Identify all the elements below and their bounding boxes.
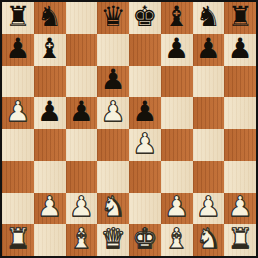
white-pawn-piece[interactable]: ♟ [164, 193, 189, 221]
white-rook-piece[interactable]: ♜ [228, 225, 253, 253]
square-b7[interactable]: ♝ [34, 34, 66, 66]
black-knight-piece[interactable]: ♞ [196, 3, 221, 31]
white-pawn-piece[interactable]: ♟ [132, 130, 157, 158]
square-d3[interactable] [97, 161, 129, 193]
black-pawn-piece[interactable]: ♟ [196, 35, 221, 63]
black-rook-piece[interactable]: ♜ [228, 3, 253, 31]
square-g5[interactable] [193, 97, 225, 129]
black-king-piece[interactable]: ♚ [132, 3, 157, 31]
black-pawn-piece[interactable]: ♟ [69, 98, 94, 126]
white-knight-piece[interactable]: ♞ [101, 193, 126, 221]
square-h4[interactable] [224, 129, 256, 161]
square-g7[interactable]: ♟ [193, 34, 225, 66]
square-a1[interactable]: ♜ [2, 224, 34, 256]
black-pawn-piece[interactable]: ♟ [132, 98, 157, 126]
square-b8[interactable]: ♞ [34, 2, 66, 34]
square-f4[interactable] [161, 129, 193, 161]
square-f5[interactable] [161, 97, 193, 129]
square-e4[interactable]: ♟ [129, 129, 161, 161]
square-f2[interactable]: ♟ [161, 193, 193, 225]
square-b6[interactable] [34, 66, 66, 98]
square-h2[interactable]: ♟ [224, 193, 256, 225]
square-g1[interactable]: ♞ [193, 224, 225, 256]
square-e1[interactable]: ♚ [129, 224, 161, 256]
square-f6[interactable] [161, 66, 193, 98]
square-b4[interactable] [34, 129, 66, 161]
square-g4[interactable] [193, 129, 225, 161]
square-e8[interactable]: ♚ [129, 2, 161, 34]
square-c6[interactable] [66, 66, 98, 98]
square-f3[interactable] [161, 161, 193, 193]
square-h1[interactable]: ♜ [224, 224, 256, 256]
square-a5[interactable]: ♟ [2, 97, 34, 129]
black-pawn-piece[interactable]: ♟ [164, 35, 189, 63]
white-bishop-piece[interactable]: ♝ [164, 225, 189, 253]
square-g3[interactable] [193, 161, 225, 193]
square-b5[interactable]: ♟ [34, 97, 66, 129]
square-c1[interactable]: ♝ [66, 224, 98, 256]
square-f7[interactable]: ♟ [161, 34, 193, 66]
square-a2[interactable] [2, 193, 34, 225]
square-h6[interactable] [224, 66, 256, 98]
black-pawn-piece[interactable]: ♟ [37, 98, 62, 126]
square-e2[interactable] [129, 193, 161, 225]
square-e7[interactable] [129, 34, 161, 66]
black-knight-piece[interactable]: ♞ [37, 3, 62, 31]
square-h7[interactable]: ♟ [224, 34, 256, 66]
square-f8[interactable]: ♝ [161, 2, 193, 34]
chess-board: ♜♞♛♚♝♞♜♟♝♟♟♟♟♟♟♟♟♟♟♟♟♞♟♟♟♜♝♛♚♝♞♜ [2, 2, 256, 256]
square-a6[interactable] [2, 66, 34, 98]
chess-board-frame: ♜♞♛♚♝♞♜♟♝♟♟♟♟♟♟♟♟♟♟♟♟♞♟♟♟♜♝♛♚♝♞♜ [0, 0, 258, 258]
square-d5[interactable]: ♟ [97, 97, 129, 129]
square-c5[interactable]: ♟ [66, 97, 98, 129]
square-c7[interactable] [66, 34, 98, 66]
square-c8[interactable] [66, 2, 98, 34]
square-e6[interactable] [129, 66, 161, 98]
square-e5[interactable]: ♟ [129, 97, 161, 129]
white-pawn-piece[interactable]: ♟ [69, 193, 94, 221]
white-pawn-piece[interactable]: ♟ [37, 193, 62, 221]
white-bishop-piece[interactable]: ♝ [69, 225, 94, 253]
square-a3[interactable] [2, 161, 34, 193]
black-pawn-piece[interactable]: ♟ [228, 35, 253, 63]
square-g2[interactable]: ♟ [193, 193, 225, 225]
square-h8[interactable]: ♜ [224, 2, 256, 34]
square-d2[interactable]: ♞ [97, 193, 129, 225]
square-f1[interactable]: ♝ [161, 224, 193, 256]
white-pawn-piece[interactable]: ♟ [101, 98, 126, 126]
white-rook-piece[interactable]: ♜ [5, 225, 30, 253]
black-queen-piece[interactable]: ♛ [101, 3, 126, 31]
square-d7[interactable] [97, 34, 129, 66]
square-c4[interactable] [66, 129, 98, 161]
square-h5[interactable] [224, 97, 256, 129]
square-d4[interactable] [97, 129, 129, 161]
square-g6[interactable] [193, 66, 225, 98]
square-e3[interactable] [129, 161, 161, 193]
black-rook-piece[interactable]: ♜ [5, 3, 30, 31]
square-b1[interactable] [34, 224, 66, 256]
square-d6[interactable]: ♟ [97, 66, 129, 98]
black-pawn-piece[interactable]: ♟ [5, 35, 30, 63]
white-king-piece[interactable]: ♚ [132, 225, 157, 253]
white-queen-piece[interactable]: ♛ [101, 225, 126, 253]
white-knight-piece[interactable]: ♞ [196, 225, 221, 253]
square-b2[interactable]: ♟ [34, 193, 66, 225]
square-c2[interactable]: ♟ [66, 193, 98, 225]
white-pawn-piece[interactable]: ♟ [228, 193, 253, 221]
square-d1[interactable]: ♛ [97, 224, 129, 256]
square-g8[interactable]: ♞ [193, 2, 225, 34]
white-pawn-piece[interactable]: ♟ [196, 193, 221, 221]
square-a4[interactable] [2, 129, 34, 161]
black-bishop-piece[interactable]: ♝ [37, 35, 62, 63]
square-h3[interactable] [224, 161, 256, 193]
square-a7[interactable]: ♟ [2, 34, 34, 66]
black-pawn-piece[interactable]: ♟ [101, 66, 126, 94]
square-b3[interactable] [34, 161, 66, 193]
square-a8[interactable]: ♜ [2, 2, 34, 34]
white-pawn-piece[interactable]: ♟ [5, 98, 30, 126]
black-bishop-piece[interactable]: ♝ [164, 3, 189, 31]
square-c3[interactable] [66, 161, 98, 193]
square-d8[interactable]: ♛ [97, 2, 129, 34]
